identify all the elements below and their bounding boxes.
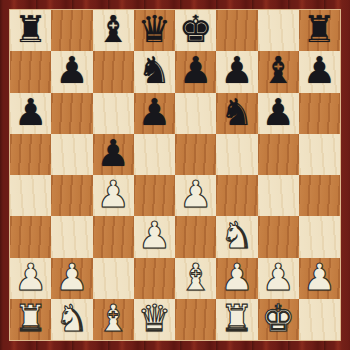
black-knight[interactable]: ♞ bbox=[138, 52, 171, 89]
square-e5[interactable] bbox=[175, 134, 216, 175]
square-b7[interactable]: ♟ bbox=[51, 51, 92, 92]
square-b5[interactable] bbox=[51, 134, 92, 175]
black-bishop[interactable]: ♝ bbox=[97, 11, 130, 48]
square-a3[interactable] bbox=[10, 216, 51, 257]
square-a2[interactable]: ♟ bbox=[10, 258, 51, 299]
white-pawn[interactable]: ♟ bbox=[14, 259, 47, 296]
square-d6[interactable]: ♟ bbox=[134, 93, 175, 134]
black-pawn[interactable]: ♟ bbox=[55, 52, 88, 89]
board-frame: ♜♝♛♚♜♟♞♟♟♝♟♟♟♞♟♟♟♟♟♞♟♟♝♟♟♟♜♞♝♛♜♚ bbox=[0, 0, 350, 350]
square-e8[interactable]: ♚ bbox=[175, 10, 216, 51]
square-h8[interactable]: ♜ bbox=[299, 10, 340, 51]
square-h6[interactable] bbox=[299, 93, 340, 134]
square-f6[interactable]: ♞ bbox=[216, 93, 257, 134]
white-knight[interactable]: ♞ bbox=[55, 300, 88, 337]
square-d2[interactable] bbox=[134, 258, 175, 299]
white-rook[interactable]: ♜ bbox=[220, 300, 253, 337]
black-bishop[interactable]: ♝ bbox=[262, 52, 295, 89]
square-f4[interactable] bbox=[216, 175, 257, 216]
black-pawn[interactable]: ♟ bbox=[138, 94, 171, 131]
black-pawn[interactable]: ♟ bbox=[97, 135, 130, 172]
square-e1[interactable] bbox=[175, 299, 216, 340]
square-f2[interactable]: ♟ bbox=[216, 258, 257, 299]
square-d7[interactable]: ♞ bbox=[134, 51, 175, 92]
white-bishop[interactable]: ♝ bbox=[179, 259, 212, 296]
white-pawn[interactable]: ♟ bbox=[303, 259, 336, 296]
square-c3[interactable] bbox=[93, 216, 134, 257]
square-g1[interactable]: ♚ bbox=[258, 299, 299, 340]
square-g6[interactable]: ♟ bbox=[258, 93, 299, 134]
black-pawn[interactable]: ♟ bbox=[220, 52, 253, 89]
square-a5[interactable] bbox=[10, 134, 51, 175]
square-d4[interactable] bbox=[134, 175, 175, 216]
square-c5[interactable]: ♟ bbox=[93, 134, 134, 175]
square-b6[interactable] bbox=[51, 93, 92, 134]
square-b2[interactable]: ♟ bbox=[51, 258, 92, 299]
square-b1[interactable]: ♞ bbox=[51, 299, 92, 340]
square-a6[interactable]: ♟ bbox=[10, 93, 51, 134]
chess-board: ♜♝♛♚♜♟♞♟♟♝♟♟♟♞♟♟♟♟♟♞♟♟♝♟♟♟♜♞♝♛♜♚ bbox=[10, 10, 340, 340]
square-c4[interactable]: ♟ bbox=[93, 175, 134, 216]
white-rook[interactable]: ♜ bbox=[14, 300, 47, 337]
square-e6[interactable] bbox=[175, 93, 216, 134]
square-h7[interactable]: ♟ bbox=[299, 51, 340, 92]
black-pawn[interactable]: ♟ bbox=[262, 94, 295, 131]
square-f7[interactable]: ♟ bbox=[216, 51, 257, 92]
square-d1[interactable]: ♛ bbox=[134, 299, 175, 340]
black-knight[interactable]: ♞ bbox=[220, 94, 253, 131]
square-g5[interactable] bbox=[258, 134, 299, 175]
square-b4[interactable] bbox=[51, 175, 92, 216]
white-king[interactable]: ♚ bbox=[262, 300, 295, 337]
square-g4[interactable] bbox=[258, 175, 299, 216]
square-h1[interactable] bbox=[299, 299, 340, 340]
white-bishop[interactable]: ♝ bbox=[97, 300, 130, 337]
white-pawn[interactable]: ♟ bbox=[179, 176, 212, 213]
square-c8[interactable]: ♝ bbox=[93, 10, 134, 51]
square-a8[interactable]: ♜ bbox=[10, 10, 51, 51]
square-g2[interactable]: ♟ bbox=[258, 258, 299, 299]
black-pawn[interactable]: ♟ bbox=[14, 94, 47, 131]
square-f8[interactable] bbox=[216, 10, 257, 51]
square-c6[interactable] bbox=[93, 93, 134, 134]
square-e4[interactable]: ♟ bbox=[175, 175, 216, 216]
square-c1[interactable]: ♝ bbox=[93, 299, 134, 340]
square-f1[interactable]: ♜ bbox=[216, 299, 257, 340]
square-c2[interactable] bbox=[93, 258, 134, 299]
black-rook[interactable]: ♜ bbox=[303, 11, 336, 48]
square-h4[interactable] bbox=[299, 175, 340, 216]
white-pawn[interactable]: ♟ bbox=[262, 259, 295, 296]
square-e3[interactable] bbox=[175, 216, 216, 257]
square-b8[interactable] bbox=[51, 10, 92, 51]
square-e2[interactable]: ♝ bbox=[175, 258, 216, 299]
black-pawn[interactable]: ♟ bbox=[303, 52, 336, 89]
white-knight[interactable]: ♞ bbox=[220, 217, 253, 254]
square-g8[interactable] bbox=[258, 10, 299, 51]
square-c7[interactable] bbox=[93, 51, 134, 92]
black-queen[interactable]: ♛ bbox=[138, 11, 171, 48]
white-pawn[interactable]: ♟ bbox=[97, 176, 130, 213]
square-g7[interactable]: ♝ bbox=[258, 51, 299, 92]
square-g3[interactable] bbox=[258, 216, 299, 257]
white-pawn[interactable]: ♟ bbox=[55, 259, 88, 296]
square-f5[interactable] bbox=[216, 134, 257, 175]
square-a4[interactable] bbox=[10, 175, 51, 216]
square-d3[interactable]: ♟ bbox=[134, 216, 175, 257]
black-king[interactable]: ♚ bbox=[179, 11, 212, 48]
black-pawn[interactable]: ♟ bbox=[179, 52, 212, 89]
square-h5[interactable] bbox=[299, 134, 340, 175]
black-rook[interactable]: ♜ bbox=[14, 11, 47, 48]
white-queen[interactable]: ♛ bbox=[138, 300, 171, 337]
square-e7[interactable]: ♟ bbox=[175, 51, 216, 92]
square-h3[interactable] bbox=[299, 216, 340, 257]
square-f3[interactable]: ♞ bbox=[216, 216, 257, 257]
square-b3[interactable] bbox=[51, 216, 92, 257]
square-d5[interactable] bbox=[134, 134, 175, 175]
square-a1[interactable]: ♜ bbox=[10, 299, 51, 340]
square-a7[interactable] bbox=[10, 51, 51, 92]
white-pawn[interactable]: ♟ bbox=[138, 217, 171, 254]
square-d8[interactable]: ♛ bbox=[134, 10, 175, 51]
white-pawn[interactable]: ♟ bbox=[220, 259, 253, 296]
square-h2[interactable]: ♟ bbox=[299, 258, 340, 299]
